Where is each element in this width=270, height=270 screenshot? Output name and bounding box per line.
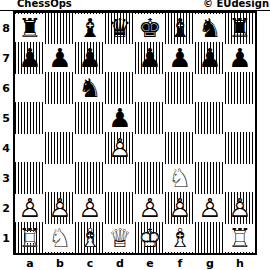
- square-h1[interactable]: ♜♖: [225, 223, 255, 253]
- file-labels: abcdefgh: [15, 256, 255, 270]
- square-a2[interactable]: ♟♙: [15, 193, 45, 223]
- square-b2[interactable]: ♟♙: [45, 193, 75, 223]
- piece-black-king: ♚: [135, 13, 165, 43]
- square-g6[interactable]: [195, 73, 225, 103]
- square-a8[interactable]: ♜: [15, 13, 45, 43]
- square-g4[interactable]: [195, 133, 225, 163]
- piece-white-queen: ♛♕: [105, 223, 135, 253]
- piece-black-pawn: ♟: [15, 43, 45, 73]
- square-e1[interactable]: ♚♔: [135, 223, 165, 253]
- square-e6[interactable]: [135, 73, 165, 103]
- square-e5[interactable]: [135, 103, 165, 133]
- file-label-f: f: [165, 256, 195, 270]
- credit-text: © EUdesign: [203, 0, 269, 9]
- square-h5[interactable]: [225, 103, 255, 133]
- square-h4[interactable]: [225, 133, 255, 163]
- square-c6[interactable]: ♞: [75, 73, 105, 103]
- square-d2[interactable]: [105, 193, 135, 223]
- square-a4[interactable]: [15, 133, 45, 163]
- square-g1[interactable]: [195, 223, 225, 253]
- square-e7[interactable]: ♟: [135, 43, 165, 73]
- piece-white-pawn: ♟♙: [135, 193, 165, 223]
- square-d8[interactable]: ♛: [105, 13, 135, 43]
- square-b6[interactable]: [45, 73, 75, 103]
- piece-white-pawn: ♟♙: [165, 193, 195, 223]
- rank-label-4: 4: [0, 133, 12, 163]
- square-d7[interactable]: [105, 43, 135, 73]
- piece-black-pawn: ♟: [165, 43, 195, 73]
- square-a3[interactable]: [15, 163, 45, 193]
- rank-label-7: 7: [0, 43, 12, 73]
- piece-black-pawn: ♟: [225, 43, 255, 73]
- rank-label-1: 1: [0, 223, 12, 253]
- square-g2[interactable]: ♟♙: [195, 193, 225, 223]
- piece-white-rook: ♜♖: [225, 223, 255, 253]
- square-a6[interactable]: [15, 73, 45, 103]
- rank-label-8: 8: [0, 13, 12, 43]
- piece-white-pawn: ♟♙: [75, 193, 105, 223]
- file-label-a: a: [15, 256, 45, 270]
- square-a5[interactable]: [15, 103, 45, 133]
- square-g7[interactable]: ♟: [195, 43, 225, 73]
- square-h7[interactable]: ♟: [225, 43, 255, 73]
- piece-black-knight: ♞: [75, 73, 105, 103]
- file-label-c: c: [75, 256, 105, 270]
- piece-black-knight: ♞: [195, 13, 225, 43]
- square-b8[interactable]: [45, 13, 75, 43]
- app-title: ChessOps: [17, 0, 72, 9]
- square-b1[interactable]: ♞♘: [45, 223, 75, 253]
- square-c3[interactable]: [75, 163, 105, 193]
- square-c1[interactable]: ♝♗: [75, 223, 105, 253]
- square-a7[interactable]: ♟: [15, 43, 45, 73]
- square-c8[interactable]: ♝: [75, 13, 105, 43]
- piece-white-pawn: ♟♙: [225, 193, 255, 223]
- square-b7[interactable]: ♟: [45, 43, 75, 73]
- file-label-b: b: [45, 256, 75, 270]
- piece-white-rook: ♜♖: [15, 223, 45, 253]
- square-e3[interactable]: [135, 163, 165, 193]
- rank-label-6: 6: [0, 73, 12, 103]
- square-b3[interactable]: [45, 163, 75, 193]
- square-f8[interactable]: ♝: [165, 13, 195, 43]
- piece-white-bishop: ♝♗: [75, 223, 105, 253]
- square-e8[interactable]: ♚: [135, 13, 165, 43]
- piece-white-king: ♚♔: [135, 223, 165, 253]
- square-f5[interactable]: [165, 103, 195, 133]
- piece-black-rook: ♜: [225, 13, 255, 43]
- square-d3[interactable]: [105, 163, 135, 193]
- piece-black-rook: ♜: [15, 13, 45, 43]
- square-f2[interactable]: ♟♙: [165, 193, 195, 223]
- rank-labels: 87654321: [0, 13, 12, 253]
- square-e2[interactable]: ♟♙: [135, 193, 165, 223]
- piece-black-bishop: ♝: [75, 13, 105, 43]
- piece-white-pawn: ♟♙: [105, 133, 135, 163]
- square-h2[interactable]: ♟♙: [225, 193, 255, 223]
- piece-black-pawn: ♟: [75, 43, 105, 73]
- piece-white-knight: ♞♘: [45, 223, 75, 253]
- square-g3[interactable]: [195, 163, 225, 193]
- square-f3[interactable]: ♞♘: [165, 163, 195, 193]
- piece-black-pawn: ♟: [135, 43, 165, 73]
- chess-board: ♜♝♛♚♝♞♜♟♟♟♟♟♟♟♞♟♟♙♞♘♟♙♟♙♟♙♟♙♟♙♟♙♟♙♜♖♞♘♝♗…: [13, 11, 257, 255]
- square-h3[interactable]: [225, 163, 255, 193]
- square-b4[interactable]: [45, 133, 75, 163]
- file-label-d: d: [105, 256, 135, 270]
- piece-black-pawn: ♟: [195, 43, 225, 73]
- square-f6[interactable]: [165, 73, 195, 103]
- square-a1[interactable]: ♜♖: [15, 223, 45, 253]
- square-d4[interactable]: ♟♙: [105, 133, 135, 163]
- rank-label-3: 3: [0, 163, 12, 193]
- piece-black-queen: ♛: [105, 13, 135, 43]
- square-f4[interactable]: [165, 133, 195, 163]
- square-h8[interactable]: ♜: [225, 13, 255, 43]
- square-f1[interactable]: ♝♗: [165, 223, 195, 253]
- square-b5[interactable]: [45, 103, 75, 133]
- square-c7[interactable]: ♟: [75, 43, 105, 73]
- chessops-window: ChessOps © EUdesign 87654321 ♜♝♛♚♝♞♜♟♟♟♟…: [0, 0, 270, 270]
- square-e4[interactable]: [135, 133, 165, 163]
- piece-white-bishop: ♝♗: [165, 223, 195, 253]
- square-h6[interactable]: [225, 73, 255, 103]
- square-c2[interactable]: ♟♙: [75, 193, 105, 223]
- title-bar: ChessOps © EUdesign: [0, 0, 270, 11]
- square-d1[interactable]: ♛♕: [105, 223, 135, 253]
- square-d6[interactable]: [105, 73, 135, 103]
- piece-black-pawn: ♟: [105, 103, 135, 133]
- file-label-g: g: [195, 256, 225, 270]
- piece-white-pawn: ♟♙: [45, 193, 75, 223]
- rank-label-5: 5: [0, 103, 12, 133]
- piece-white-pawn: ♟♙: [15, 193, 45, 223]
- square-g8[interactable]: ♞: [195, 13, 225, 43]
- piece-white-pawn: ♟♙: [195, 193, 225, 223]
- file-label-e: e: [135, 256, 165, 270]
- file-label-h: h: [225, 256, 255, 270]
- square-c4[interactable]: [75, 133, 105, 163]
- piece-black-pawn: ♟: [45, 43, 75, 73]
- rank-label-2: 2: [0, 193, 12, 223]
- square-g5[interactable]: [195, 103, 225, 133]
- square-c5[interactable]: [75, 103, 105, 133]
- square-f7[interactable]: ♟: [165, 43, 195, 73]
- square-d5[interactable]: ♟: [105, 103, 135, 133]
- piece-white-knight: ♞♘: [165, 163, 195, 193]
- piece-black-bishop: ♝: [165, 13, 195, 43]
